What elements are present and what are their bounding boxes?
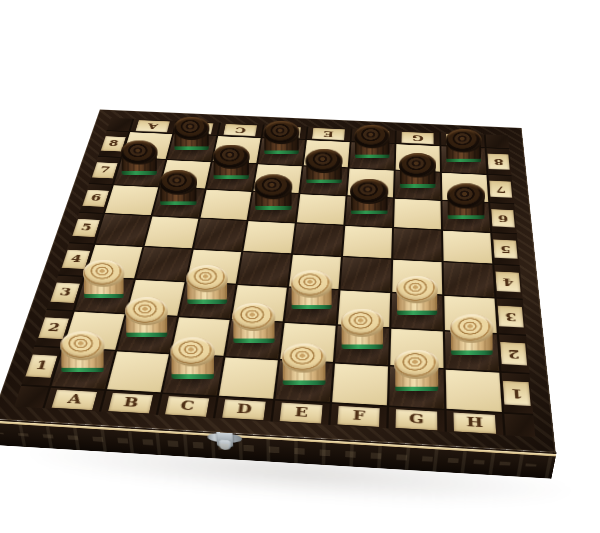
square-h8[interactable] (441, 146, 486, 174)
rank-label-8-right: 8 (487, 148, 512, 175)
rank-label-text: 7 (490, 180, 513, 197)
piece-top (60, 331, 104, 360)
square-a1[interactable] (51, 348, 114, 389)
square-e5[interactable] (293, 224, 343, 256)
piece-top (350, 179, 389, 204)
rank-label-text: 4 (496, 271, 521, 292)
square-b4[interactable] (136, 247, 192, 281)
square-c7[interactable] (207, 162, 256, 191)
dark-checker-piece[interactable] (447, 183, 486, 222)
light-checker-piece[interactable] (291, 270, 333, 312)
square-b8[interactable] (167, 134, 216, 161)
rank-label-text: 5 (73, 219, 100, 238)
dark-checker-piece[interactable] (174, 117, 210, 153)
piece-side (395, 364, 438, 394)
piece-felt-ring (255, 206, 291, 213)
file-label-e-near: E (273, 401, 330, 425)
square-f1[interactable] (332, 364, 388, 406)
piece-side (61, 346, 103, 376)
rank-label-text: 6 (83, 190, 109, 208)
square-a6[interactable] (105, 185, 158, 215)
file-label-b-near: B (101, 391, 160, 415)
piece-top (159, 170, 197, 195)
square-e1[interactable] (275, 360, 332, 402)
dark-checker-piece[interactable] (263, 120, 299, 156)
piece-felt-ring (400, 184, 436, 191)
rank-label-text: 8 (488, 153, 510, 169)
piece-felt-ring (306, 180, 341, 187)
scene: ABCDEFGH8877665544332211ABCDEFGH (0, 0, 600, 533)
square-c6[interactable] (201, 190, 252, 220)
piece-felt-ring (448, 215, 485, 222)
square-c5[interactable] (194, 219, 247, 251)
square-c3[interactable] (179, 282, 235, 318)
piece-felt-ring (174, 146, 208, 152)
square-d5[interactable] (243, 221, 294, 253)
rank-label-5-right: 5 (492, 233, 519, 265)
square-a7[interactable] (114, 158, 165, 186)
piece-side (397, 289, 437, 318)
piece-top (174, 117, 210, 140)
metal-clasp (207, 425, 243, 452)
rank-label-3-right: 3 (497, 299, 526, 335)
square-h4[interactable] (444, 262, 495, 297)
square-h6[interactable] (442, 201, 490, 232)
dark-checker-piece[interactable] (159, 170, 197, 208)
square-g3[interactable] (391, 293, 443, 330)
piece-felt-ring (214, 175, 249, 182)
light-checker-piece[interactable] (232, 303, 275, 346)
square-g5[interactable] (393, 228, 441, 261)
piece-side (84, 273, 124, 301)
light-checker-piece[interactable] (125, 297, 168, 340)
piece-top (447, 183, 486, 208)
board-grid: ABCDEFGH8877665544332211ABCDEFGH (14, 118, 535, 437)
rank-label-text: 1 (26, 354, 58, 378)
square-f4[interactable] (341, 257, 392, 291)
square-e6[interactable] (297, 194, 346, 224)
file-label-text: G (402, 131, 434, 144)
square-d8[interactable] (258, 138, 305, 165)
dark-checker-piece[interactable] (305, 149, 342, 186)
dark-checker-piece[interactable] (399, 153, 437, 191)
square-d2[interactable] (226, 320, 283, 359)
piece-felt-ring (122, 171, 157, 177)
rank-label-4-right: 4 (494, 265, 522, 299)
file-label-text: E (280, 402, 323, 423)
file-label-text: A (136, 120, 170, 132)
rank-label-6-right: 6 (490, 203, 517, 233)
square-e7[interactable] (300, 166, 347, 195)
piece-top (399, 153, 437, 177)
rank-label-7-right: 7 (488, 175, 514, 203)
light-checker-piece[interactable] (186, 265, 228, 307)
square-d4[interactable] (238, 252, 291, 286)
dark-checker-piece[interactable] (213, 144, 250, 181)
rank-label-1-right: 1 (502, 373, 534, 414)
rank-label-text: 1 (503, 381, 530, 406)
piece-top (354, 125, 390, 149)
dark-checker-piece[interactable] (354, 125, 390, 161)
light-checker-piece[interactable] (83, 260, 125, 302)
piece-top (125, 297, 168, 325)
checkers-board: ABCDEFGH8877665544332211ABCDEFGH (0, 109, 556, 452)
file-label-text: E (313, 128, 346, 141)
rank-label-text: 7 (92, 162, 118, 179)
rank-label-2-right: 2 (499, 335, 529, 373)
square-g6[interactable] (394, 199, 441, 230)
piece-felt-ring (451, 350, 493, 358)
piece-felt-ring (355, 155, 390, 161)
square-g1[interactable] (389, 367, 444, 409)
piece-top (121, 140, 158, 164)
piece-top (450, 314, 494, 342)
rank-label-text: 2 (501, 342, 528, 365)
square-a5[interactable] (96, 214, 151, 246)
square-h5[interactable] (443, 231, 492, 264)
frame-corner (504, 414, 535, 437)
square-b1[interactable] (107, 351, 169, 392)
square-b6[interactable] (153, 187, 205, 217)
square-d1[interactable] (219, 357, 278, 398)
piece-top (254, 174, 292, 199)
file-label-text: D (223, 399, 266, 420)
square-d6[interactable] (249, 192, 299, 222)
light-checker-piece[interactable] (282, 343, 327, 388)
piece-top (445, 129, 482, 153)
square-f2[interactable] (335, 326, 389, 365)
square-h2[interactable] (445, 332, 499, 372)
light-checker-piece[interactable] (396, 276, 438, 318)
file-label-text: H (454, 412, 496, 433)
piece-top (213, 144, 250, 168)
square-f5[interactable] (343, 226, 392, 258)
rank-label-text: 6 (492, 209, 515, 227)
file-label-text: B (109, 392, 153, 413)
file-label-text: C (224, 124, 257, 136)
file-label-f-near: F (330, 404, 386, 428)
frame-corner (486, 134, 510, 148)
file-label-text: A (52, 389, 97, 410)
file-label-text: F (338, 406, 380, 427)
square-c1[interactable] (163, 354, 223, 395)
piece-felt-ring (160, 201, 196, 208)
piece-side (283, 358, 326, 388)
piece-side (172, 352, 214, 382)
piece-felt-ring (187, 299, 227, 306)
clasp-body (216, 426, 233, 447)
file-label-text: G (396, 409, 437, 430)
frame-corner (107, 118, 133, 131)
square-b5[interactable] (145, 216, 199, 248)
file-label-c-far: C (218, 123, 263, 137)
piece-top (282, 343, 327, 372)
light-checker-piece[interactable] (450, 314, 494, 358)
rank-label-text: 3 (498, 305, 524, 327)
file-label-text: C (165, 396, 209, 417)
dark-checker-piece[interactable] (445, 129, 482, 166)
piece-top (232, 303, 275, 331)
file-label-a-far: A (130, 119, 175, 133)
board-surface: ABCDEFGH8877665544332211ABCDEFGH (0, 109, 556, 452)
piece-felt-ring (351, 210, 388, 217)
rank-label-text: 5 (494, 239, 518, 258)
file-label-g-far: G (396, 130, 439, 145)
square-f6[interactable] (345, 196, 393, 227)
piece-side (187, 278, 227, 306)
piece-top (186, 265, 228, 292)
light-checker-piece[interactable] (60, 331, 104, 375)
square-e3[interactable] (285, 288, 339, 324)
piece-side (451, 328, 493, 358)
piece-top (394, 349, 439, 378)
file-label-a-near: A (45, 388, 105, 412)
light-checker-piece[interactable] (170, 337, 215, 382)
file-label-c-near: C (158, 394, 216, 418)
frame-corner (14, 386, 49, 408)
light-checker-piece[interactable] (394, 349, 439, 394)
piece-side (342, 323, 383, 352)
piece-top (305, 149, 342, 173)
file-label-g-near: G (389, 407, 445, 432)
piece-felt-ring (264, 150, 298, 156)
file-label-d-near: D (215, 397, 273, 421)
dark-checker-piece[interactable] (121, 140, 158, 177)
piece-top (263, 120, 299, 144)
piece-side (233, 317, 274, 346)
light-checker-piece[interactable] (341, 308, 385, 352)
square-b2[interactable] (117, 314, 177, 352)
dark-checker-piece[interactable] (350, 179, 389, 218)
square-h1[interactable] (446, 370, 502, 412)
piece-top (396, 276, 438, 303)
piece-side (126, 311, 167, 340)
piece-side (292, 284, 332, 312)
file-label-e-far: E (307, 127, 351, 142)
piece-top (83, 260, 125, 287)
square-f8[interactable] (350, 142, 395, 169)
piece-top (170, 337, 215, 366)
file-label-h-near: H (447, 410, 504, 435)
piece-top (291, 270, 333, 297)
square-g7[interactable] (395, 171, 441, 200)
dark-checker-piece[interactable] (254, 174, 292, 212)
piece-felt-ring (446, 159, 481, 165)
clasp-hook (219, 440, 231, 451)
rank-label-text: 3 (51, 282, 80, 303)
piece-top (341, 308, 385, 336)
